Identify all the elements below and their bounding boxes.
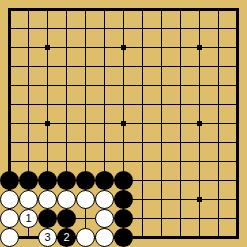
intersection[interactable] — [0, 19, 19, 38]
intersection-grid: 132 — [0, 0, 247, 247]
intersection[interactable] — [38, 19, 57, 38]
intersection[interactable] — [209, 76, 228, 95]
star-point — [197, 197, 202, 202]
white-stone[interactable] — [76, 228, 95, 247]
intersection[interactable] — [57, 57, 76, 76]
intersection[interactable] — [190, 190, 209, 209]
intersection[interactable] — [152, 190, 171, 209]
intersection[interactable] — [152, 228, 171, 247]
intersection[interactable] — [190, 0, 209, 19]
intersection[interactable] — [133, 228, 152, 247]
intersection[interactable] — [228, 190, 247, 209]
intersection[interactable] — [171, 38, 190, 57]
intersection[interactable] — [76, 114, 95, 133]
intersection[interactable] — [114, 114, 133, 133]
intersection[interactable] — [171, 0, 190, 19]
intersection[interactable] — [19, 57, 38, 76]
intersection[interactable] — [209, 0, 228, 19]
white-stone[interactable] — [95, 209, 114, 228]
intersection[interactable] — [95, 57, 114, 76]
intersection[interactable] — [19, 114, 38, 133]
intersection[interactable] — [152, 57, 171, 76]
intersection[interactable] — [95, 114, 114, 133]
intersection[interactable] — [228, 152, 247, 171]
intersection[interactable] — [95, 209, 114, 228]
intersection[interactable] — [228, 19, 247, 38]
intersection[interactable] — [57, 114, 76, 133]
intersection[interactable] — [133, 38, 152, 57]
star-point — [197, 45, 202, 50]
intersection[interactable] — [171, 114, 190, 133]
intersection[interactable]: 1 — [19, 209, 38, 228]
intersection[interactable] — [38, 76, 57, 95]
intersection[interactable] — [57, 38, 76, 57]
black-stone[interactable] — [57, 171, 76, 190]
intersection[interactable] — [209, 152, 228, 171]
intersection[interactable] — [171, 152, 190, 171]
intersection[interactable] — [0, 95, 19, 114]
intersection[interactable] — [133, 171, 152, 190]
intersection[interactable] — [114, 95, 133, 114]
intersection[interactable] — [76, 133, 95, 152]
intersection[interactable] — [209, 38, 228, 57]
intersection[interactable] — [0, 114, 19, 133]
intersection[interactable] — [19, 38, 38, 57]
intersection[interactable] — [95, 76, 114, 95]
intersection[interactable] — [95, 38, 114, 57]
intersection[interactable] — [114, 190, 133, 209]
intersection[interactable] — [19, 0, 38, 19]
intersection[interactable] — [0, 0, 19, 19]
black-stone[interactable] — [114, 209, 133, 228]
star-point — [45, 121, 50, 126]
intersection[interactable] — [76, 95, 95, 114]
intersection[interactable] — [133, 95, 152, 114]
intersection[interactable] — [190, 171, 209, 190]
intersection[interactable] — [209, 57, 228, 76]
intersection[interactable] — [190, 38, 209, 57]
intersection[interactable] — [19, 95, 38, 114]
white-stone[interactable] — [0, 190, 19, 209]
intersection[interactable] — [209, 95, 228, 114]
intersection[interactable] — [209, 209, 228, 228]
intersection[interactable] — [133, 133, 152, 152]
black-stone[interactable] — [19, 171, 38, 190]
intersection[interactable] — [171, 228, 190, 247]
intersection[interactable] — [76, 0, 95, 19]
intersection[interactable] — [228, 0, 247, 19]
intersection[interactable] — [114, 38, 133, 57]
black-stone[interactable] — [57, 209, 76, 228]
intersection[interactable] — [114, 152, 133, 171]
intersection[interactable] — [228, 38, 247, 57]
white-stone[interactable] — [0, 209, 19, 228]
intersection[interactable] — [209, 171, 228, 190]
intersection[interactable] — [0, 38, 19, 57]
star-point — [45, 45, 50, 50]
intersection[interactable] — [114, 0, 133, 19]
star-point — [121, 121, 126, 126]
intersection[interactable] — [171, 19, 190, 38]
intersection[interactable] — [57, 133, 76, 152]
intersection[interactable] — [19, 133, 38, 152]
intersection[interactable] — [190, 209, 209, 228]
intersection[interactable] — [0, 228, 19, 247]
intersection[interactable] — [19, 228, 38, 247]
intersection[interactable] — [152, 19, 171, 38]
intersection[interactable] — [76, 38, 95, 57]
intersection[interactable] — [114, 209, 133, 228]
intersection[interactable] — [57, 152, 76, 171]
intersection[interactable] — [228, 57, 247, 76]
intersection[interactable] — [38, 190, 57, 209]
intersection[interactable]: 3 — [38, 228, 57, 247]
intersection[interactable] — [171, 209, 190, 228]
intersection[interactable] — [76, 19, 95, 38]
intersection[interactable] — [209, 133, 228, 152]
intersection[interactable] — [57, 0, 76, 19]
intersection[interactable] — [190, 76, 209, 95]
intersection[interactable] — [19, 152, 38, 171]
intersection[interactable] — [76, 228, 95, 247]
intersection[interactable] — [152, 114, 171, 133]
intersection[interactable] — [171, 190, 190, 209]
intersection[interactable] — [152, 95, 171, 114]
intersection[interactable] — [19, 190, 38, 209]
intersection[interactable] — [171, 133, 190, 152]
intersection[interactable] — [171, 57, 190, 76]
intersection[interactable] — [190, 152, 209, 171]
intersection[interactable] — [38, 209, 57, 228]
intersection[interactable] — [190, 114, 209, 133]
black-stone[interactable] — [38, 171, 57, 190]
intersection[interactable] — [228, 95, 247, 114]
white-stone[interactable] — [76, 190, 95, 209]
white-stone[interactable] — [57, 190, 76, 209]
intersection[interactable] — [133, 190, 152, 209]
intersection[interactable] — [133, 0, 152, 19]
move-number-label: 3 — [44, 232, 50, 243]
intersection[interactable] — [152, 0, 171, 19]
intersection[interactable] — [190, 228, 209, 247]
star-point — [197, 121, 202, 126]
intersection[interactable] — [171, 171, 190, 190]
intersection[interactable] — [95, 171, 114, 190]
intersection[interactable] — [95, 0, 114, 19]
intersection[interactable] — [57, 19, 76, 38]
white-stone[interactable] — [95, 190, 114, 209]
intersection[interactable] — [133, 209, 152, 228]
intersection[interactable] — [38, 57, 57, 76]
intersection[interactable] — [57, 190, 76, 209]
black-stone[interactable] — [95, 171, 114, 190]
intersection[interactable] — [19, 19, 38, 38]
move-number-label: 2 — [63, 232, 69, 243]
intersection[interactable] — [38, 0, 57, 19]
intersection[interactable] — [152, 209, 171, 228]
intersection[interactable] — [114, 19, 133, 38]
intersection[interactable] — [19, 171, 38, 190]
intersection[interactable] — [95, 19, 114, 38]
intersection[interactable] — [0, 190, 19, 209]
intersection[interactable] — [95, 95, 114, 114]
intersection[interactable] — [228, 114, 247, 133]
intersection[interactable] — [57, 171, 76, 190]
intersection[interactable] — [114, 57, 133, 76]
intersection[interactable] — [190, 95, 209, 114]
intersection[interactable] — [76, 209, 95, 228]
intersection[interactable] — [0, 57, 19, 76]
intersection[interactable] — [209, 114, 228, 133]
black-stone[interactable] — [114, 228, 133, 247]
white-stone[interactable]: 3 — [38, 228, 57, 247]
intersection[interactable] — [0, 76, 19, 95]
white-stone[interactable] — [0, 228, 19, 247]
intersection[interactable] — [133, 19, 152, 38]
intersection[interactable] — [38, 38, 57, 57]
go-board: 132 — [0, 0, 247, 247]
intersection[interactable] — [19, 76, 38, 95]
intersection[interactable] — [228, 76, 247, 95]
intersection[interactable] — [133, 57, 152, 76]
intersection[interactable] — [228, 133, 247, 152]
intersection[interactable] — [114, 133, 133, 152]
white-stone[interactable] — [38, 190, 57, 209]
intersection[interactable] — [57, 95, 76, 114]
intersection[interactable] — [228, 171, 247, 190]
intersection[interactable] — [95, 190, 114, 209]
intersection[interactable] — [38, 133, 57, 152]
black-stone[interactable] — [38, 209, 57, 228]
intersection[interactable] — [95, 152, 114, 171]
star-point — [121, 45, 126, 50]
black-stone[interactable] — [76, 171, 95, 190]
intersection[interactable] — [152, 76, 171, 95]
intersection[interactable] — [57, 209, 76, 228]
intersection[interactable] — [76, 171, 95, 190]
intersection[interactable] — [171, 76, 190, 95]
intersection[interactable] — [38, 171, 57, 190]
intersection[interactable] — [190, 19, 209, 38]
intersection[interactable] — [190, 133, 209, 152]
intersection[interactable] — [152, 171, 171, 190]
intersection[interactable] — [38, 152, 57, 171]
black-stone[interactable] — [0, 171, 19, 190]
intersection[interactable] — [209, 190, 228, 209]
intersection[interactable] — [0, 152, 19, 171]
intersection[interactable] — [95, 228, 114, 247]
intersection[interactable] — [95, 133, 114, 152]
intersection[interactable] — [171, 95, 190, 114]
intersection[interactable] — [0, 133, 19, 152]
intersection[interactable] — [152, 133, 171, 152]
intersection[interactable] — [133, 114, 152, 133]
intersection[interactable] — [0, 209, 19, 228]
intersection[interactable] — [76, 190, 95, 209]
intersection[interactable] — [133, 152, 152, 171]
intersection[interactable] — [57, 76, 76, 95]
intersection[interactable] — [228, 209, 247, 228]
intersection[interactable] — [76, 152, 95, 171]
white-stone[interactable] — [19, 190, 38, 209]
black-stone[interactable]: 2 — [57, 228, 76, 247]
intersection[interactable] — [228, 228, 247, 247]
intersection[interactable] — [38, 114, 57, 133]
intersection[interactable] — [152, 152, 171, 171]
intersection[interactable] — [114, 76, 133, 95]
intersection[interactable] — [0, 171, 19, 190]
intersection[interactable] — [114, 171, 133, 190]
move-number-label: 1 — [25, 213, 31, 224]
intersection[interactable] — [114, 228, 133, 247]
intersection[interactable] — [38, 95, 57, 114]
white-stone[interactable]: 1 — [19, 209, 38, 228]
intersection[interactable] — [190, 57, 209, 76]
black-stone[interactable] — [114, 171, 133, 190]
intersection[interactable] — [76, 57, 95, 76]
intersection[interactable] — [133, 76, 152, 95]
intersection[interactable] — [152, 38, 171, 57]
intersection[interactable] — [76, 76, 95, 95]
white-stone[interactable] — [95, 228, 114, 247]
intersection[interactable] — [209, 228, 228, 247]
intersection[interactable] — [209, 19, 228, 38]
intersection[interactable]: 2 — [57, 228, 76, 247]
black-stone[interactable] — [114, 190, 133, 209]
